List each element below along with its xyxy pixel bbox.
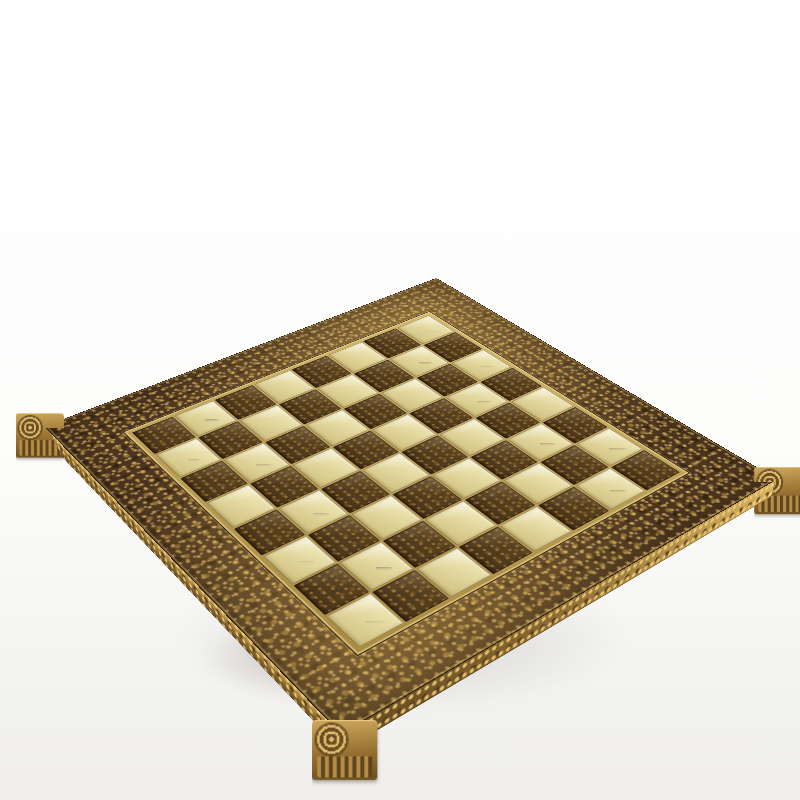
ionic-volute-icon [316, 724, 347, 755]
ionic-volute-icon [18, 416, 41, 439]
column-flutes [758, 496, 800, 512]
board-foot-near [312, 720, 377, 780]
column-flutes [317, 756, 372, 777]
chess-set-photo-scene: ♜♟♞♟♝♟♛♟♚♟♝♟♟♞♜♟♟♜♞♟♟♝♟♛♟♚♟♝♟♞♟♜ [0, 0, 800, 800]
